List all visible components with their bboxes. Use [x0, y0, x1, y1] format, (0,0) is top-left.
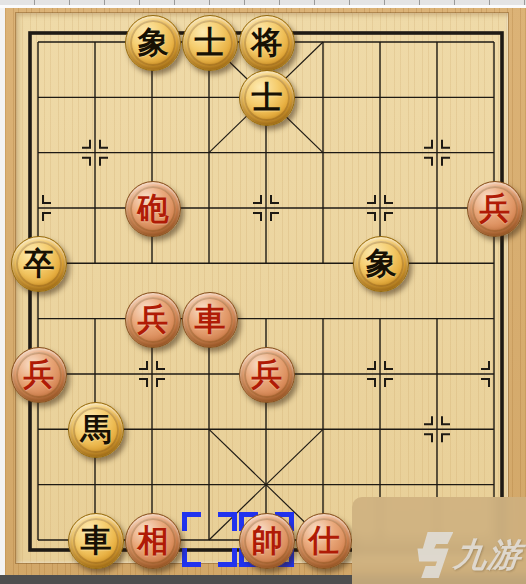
piece-red-soldier[interactable]: 兵	[467, 181, 523, 237]
watermark-text: 九游	[452, 533, 525, 578]
last-move-marker	[182, 512, 237, 567]
piece-glyph: 象	[366, 236, 397, 290]
watermark-overlay: 九游	[352, 497, 526, 584]
piece-glyph: 将	[252, 15, 283, 69]
piece-glyph: 士	[252, 70, 283, 124]
piece-glyph: 仕	[309, 513, 340, 567]
piece-glyph: 車	[195, 292, 226, 346]
piece-glyph: 兵	[138, 292, 169, 346]
piece-glyph: 卒	[24, 236, 55, 290]
xiangqi-game-screen: 象士将士砲兵卒象兵車兵兵馬車相帥仕 九游	[0, 0, 526, 584]
9game-logo-icon	[411, 532, 454, 578]
piece-black-general[interactable]: 将	[239, 15, 295, 71]
piece-black-chariot[interactable]: 車	[68, 513, 124, 569]
piece-red-soldier[interactable]: 兵	[125, 292, 181, 348]
piece-red-elephant[interactable]: 相	[125, 513, 181, 569]
piece-red-chariot[interactable]: 車	[182, 292, 238, 348]
window-edge-highlight	[0, 5, 526, 8]
window-edge-left	[0, 8, 5, 575]
piece-glyph: 帥	[252, 513, 283, 567]
piece-black-advisor[interactable]: 士	[239, 70, 295, 126]
piece-glyph: 砲	[138, 181, 169, 235]
piece-glyph: 士	[195, 15, 226, 69]
piece-glyph: 馬	[81, 402, 112, 456]
piece-red-general[interactable]: 帥	[239, 513, 295, 569]
piece-black-soldier[interactable]: 卒	[11, 236, 67, 292]
piece-black-advisor[interactable]: 士	[182, 15, 238, 71]
piece-red-soldier[interactable]: 兵	[11, 347, 67, 403]
piece-glyph: 兵	[480, 181, 511, 235]
piece-red-cannon[interactable]: 砲	[125, 181, 181, 237]
piece-glyph: 兵	[252, 347, 283, 401]
piece-red-soldier[interactable]: 兵	[239, 347, 295, 403]
piece-red-advisor[interactable]: 仕	[296, 513, 352, 569]
piece-glyph: 相	[138, 513, 169, 567]
piece-black-elephant[interactable]: 象	[125, 15, 181, 71]
piece-black-horse[interactable]: 馬	[68, 402, 124, 458]
piece-glyph: 象	[138, 15, 169, 69]
piece-glyph: 車	[81, 513, 112, 567]
piece-black-elephant[interactable]: 象	[353, 236, 409, 292]
piece-glyph: 兵	[24, 347, 55, 401]
